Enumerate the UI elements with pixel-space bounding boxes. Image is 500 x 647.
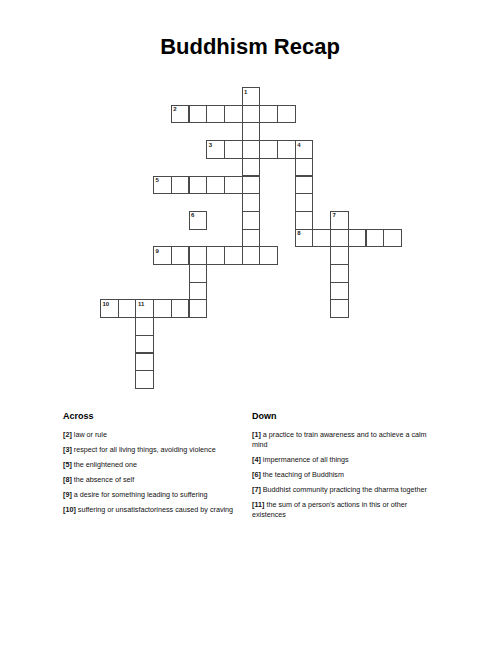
- grid-cell[interactable]: [242, 158, 261, 177]
- clue-item-text: impermanence of all things: [261, 455, 349, 464]
- grid-cell[interactable]: [118, 299, 137, 318]
- grid-cell[interactable]: [189, 246, 208, 265]
- grid-cell[interactable]: 1: [242, 87, 261, 106]
- grid-cell[interactable]: [189, 282, 208, 301]
- grid-cell[interactable]: [242, 193, 261, 212]
- grid-cell[interactable]: [224, 140, 243, 159]
- grid-cell[interactable]: [330, 264, 349, 283]
- clue-item-number: [11]: [252, 500, 264, 509]
- grid-cell[interactable]: [330, 282, 349, 301]
- clue-item: [9] a desire for something leading to su…: [63, 490, 247, 500]
- grid-cell[interactable]: [295, 158, 314, 177]
- grid-cell[interactable]: [312, 229, 331, 248]
- clue-item-number: [8]: [63, 475, 72, 484]
- grid-cell[interactable]: [383, 229, 402, 248]
- clue-item: [6] the teaching of Buddhism: [252, 470, 436, 480]
- clue-item-text: law or rule: [72, 430, 107, 439]
- clue-number: 2: [173, 106, 176, 113]
- grid-cell[interactable]: [259, 105, 278, 124]
- grid-cell[interactable]: [366, 229, 385, 248]
- across-clues-section: Across [2] law or rule[3] respect for al…: [63, 411, 247, 520]
- clue-item-number: [1]: [252, 430, 261, 439]
- clue-item-text: Buddhist community practicing the dharma…: [261, 485, 427, 494]
- clue-item-number: [2]: [63, 430, 72, 439]
- grid-cell[interactable]: 3: [206, 140, 225, 159]
- grid-cell[interactable]: 4: [295, 140, 314, 159]
- across-header: Across: [63, 411, 247, 422]
- grid-cell[interactable]: 7: [330, 211, 349, 230]
- grid-cell[interactable]: [295, 211, 314, 230]
- grid-cell[interactable]: [206, 246, 225, 265]
- clue-item-text: the teaching of Buddhism: [261, 470, 344, 479]
- grid-cell[interactable]: [242, 140, 261, 159]
- clue-number: 11: [138, 301, 144, 308]
- clue-item-text: respect for all living things, avoiding …: [72, 445, 216, 454]
- grid-cell[interactable]: [189, 299, 208, 318]
- grid-cell[interactable]: 2: [171, 105, 190, 124]
- grid-cell[interactable]: [189, 105, 208, 124]
- grid-cell[interactable]: [224, 105, 243, 124]
- grid-cell[interactable]: 6: [189, 211, 208, 230]
- clue-number: 3: [209, 142, 212, 149]
- grid-cell[interactable]: [242, 105, 261, 124]
- grid-cell[interactable]: [242, 122, 261, 141]
- grid-cell[interactable]: 8: [295, 229, 314, 248]
- grid-cell[interactable]: [242, 211, 261, 230]
- down-clues-section: Down [1] a practice to train awareness a…: [252, 411, 436, 525]
- crossword-grid: 1234567891011: [100, 87, 403, 390]
- clue-item-text: the enlightened one: [72, 460, 137, 469]
- grid-cell[interactable]: [295, 176, 314, 195]
- clue-item-number: [3]: [63, 445, 72, 454]
- clue-item-number: [10]: [63, 505, 76, 514]
- clue-item: [5] the enlightened one: [63, 460, 247, 470]
- grid-cell[interactable]: 10: [100, 299, 119, 318]
- clue-item-text: a desire for something leading to suffer…: [72, 490, 208, 499]
- grid-cell[interactable]: 11: [135, 299, 154, 318]
- grid-cell[interactable]: [242, 176, 261, 195]
- clue-item-number: [4]: [252, 455, 261, 464]
- grid-cell[interactable]: [242, 246, 261, 265]
- grid-cell[interactable]: [330, 229, 349, 248]
- grid-cell[interactable]: [171, 299, 190, 318]
- clue-item: [4] impermanence of all things: [252, 455, 436, 465]
- grid-cell[interactable]: [206, 105, 225, 124]
- grid-cell[interactable]: [348, 229, 367, 248]
- grid-cell[interactable]: [295, 193, 314, 212]
- clue-item-number: [6]: [252, 470, 261, 479]
- grid-cell[interactable]: [171, 176, 190, 195]
- grid-cell[interactable]: [259, 140, 278, 159]
- clue-item-number: [9]: [63, 490, 72, 499]
- clue-item-text: a practice to train awareness and to ach…: [252, 430, 427, 449]
- clue-number: 10: [103, 301, 110, 308]
- clue-item-text: the sum of a person's actions in this or…: [252, 500, 407, 519]
- grid-cell[interactable]: [277, 105, 296, 124]
- grid-cell[interactable]: [330, 299, 349, 318]
- grid-cell[interactable]: [330, 246, 349, 265]
- clue-item: [11] the sum of a person's actions in th…: [252, 500, 436, 520]
- clue-number: 6: [191, 212, 194, 219]
- grid-cell[interactable]: [135, 370, 154, 389]
- grid-cell[interactable]: [135, 335, 154, 354]
- grid-cell[interactable]: [135, 353, 154, 372]
- clue-item: [7] Buddhist community practicing the dh…: [252, 485, 436, 495]
- clue-number: 8: [297, 230, 300, 237]
- grid-cell[interactable]: [189, 264, 208, 283]
- clue-item: [3] respect for all living things, avoid…: [63, 445, 247, 455]
- grid-cell[interactable]: [153, 299, 172, 318]
- clue-item: [2] law or rule: [63, 430, 247, 440]
- clue-item: [8] the absence of self: [63, 475, 247, 485]
- grid-cell[interactable]: [242, 229, 261, 248]
- grid-cell[interactable]: 5: [153, 176, 172, 195]
- grid-cell[interactable]: [259, 246, 278, 265]
- clue-number: 1: [244, 89, 247, 96]
- clue-item-text: the absence of self: [72, 475, 134, 484]
- clue-item-number: [5]: [63, 460, 72, 469]
- clue-number: 7: [333, 212, 336, 219]
- clue-number: 4: [297, 142, 300, 149]
- grid-cell[interactable]: [224, 246, 243, 265]
- across-clue-list: [2] law or rule[3] respect for all livin…: [63, 430, 247, 515]
- grid-cell[interactable]: [224, 176, 243, 195]
- clue-item-number: [7]: [252, 485, 261, 494]
- clue-number: 9: [156, 248, 159, 255]
- grid-cell[interactable]: [171, 246, 190, 265]
- grid-cell[interactable]: 9: [153, 246, 172, 265]
- clue-number: 5: [156, 177, 159, 184]
- grid-cell[interactable]: [189, 176, 208, 195]
- page-title: Buddhism Recap: [0, 35, 500, 59]
- grid-cell[interactable]: [206, 176, 225, 195]
- down-header: Down: [252, 411, 436, 422]
- clue-item: [1] a practice to train awareness and to…: [252, 430, 436, 450]
- grid-cell[interactable]: [135, 317, 154, 336]
- grid-cell[interactable]: [277, 140, 296, 159]
- down-clue-list: [1] a practice to train awareness and to…: [252, 430, 436, 520]
- clue-item-text: suffering or unsatisfactoriness caused b…: [76, 505, 233, 514]
- clue-item: [10] suffering or unsatisfactoriness cau…: [63, 505, 247, 515]
